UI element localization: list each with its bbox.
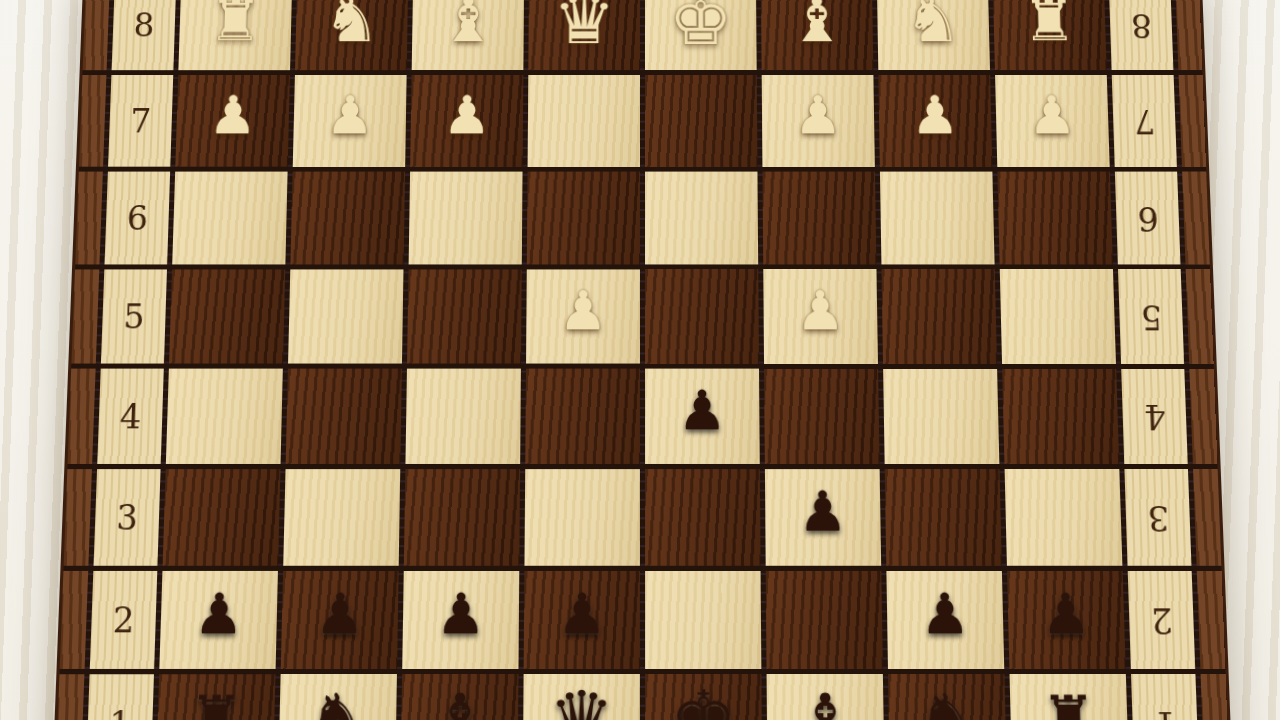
square-a8[interactable]: ♜ bbox=[178, 0, 292, 70]
white-king[interactable]: ♚ bbox=[668, 0, 732, 55]
black-rook[interactable]: ♜ bbox=[1040, 687, 1098, 720]
board-frame-right bbox=[1197, 571, 1226, 669]
square-f6[interactable] bbox=[762, 172, 876, 265]
chess-board: 8♜♞♝♛♚♝♞♜87♟♟♟♟♟♟7665♟♟54♟43♟32♟♟♟♟♟♟21♜… bbox=[52, 0, 1232, 720]
square-f1[interactable]: ♝ bbox=[767, 674, 885, 720]
square-a7[interactable]: ♟ bbox=[175, 75, 290, 167]
rank-label-right-3: 3 bbox=[1124, 469, 1191, 566]
square-d6[interactable] bbox=[527, 172, 640, 265]
square-b7[interactable]: ♟ bbox=[293, 75, 407, 167]
black-queen[interactable]: ♛ bbox=[549, 682, 615, 720]
black-knight[interactable]: ♞ bbox=[917, 685, 978, 720]
square-a3[interactable] bbox=[163, 469, 281, 566]
black-rook[interactable]: ♜ bbox=[187, 687, 245, 720]
white-pawn[interactable]: ♟ bbox=[559, 284, 608, 338]
board-frame-left bbox=[75, 172, 103, 265]
square-b2[interactable]: ♟ bbox=[281, 571, 399, 669]
white-pawn[interactable]: ♟ bbox=[442, 90, 491, 143]
black-pawn[interactable]: ♟ bbox=[193, 587, 245, 643]
white-pawn[interactable]: ♟ bbox=[1027, 90, 1077, 143]
square-d8[interactable]: ♛ bbox=[528, 0, 640, 70]
square-f2[interactable] bbox=[766, 571, 883, 669]
white-queen[interactable]: ♛ bbox=[553, 0, 616, 54]
square-a2[interactable]: ♟ bbox=[159, 571, 278, 669]
square-h3[interactable] bbox=[1005, 469, 1123, 566]
square-f5[interactable]: ♟ bbox=[763, 269, 878, 363]
board-frame-right bbox=[1186, 269, 1214, 363]
square-f8[interactable]: ♝ bbox=[761, 0, 873, 70]
square-b4[interactable] bbox=[286, 369, 402, 464]
white-pawn[interactable]: ♟ bbox=[794, 90, 843, 143]
board-frame-right bbox=[1182, 172, 1210, 265]
square-e7[interactable] bbox=[645, 75, 757, 167]
board-frame-left bbox=[71, 269, 99, 363]
square-h2[interactable]: ♟ bbox=[1007, 571, 1126, 669]
square-a1[interactable]: ♜ bbox=[156, 674, 275, 720]
rank-label-left-6: 6 bbox=[105, 172, 171, 265]
board-frame-right bbox=[1175, 0, 1202, 70]
black-bishop[interactable]: ♝ bbox=[429, 685, 490, 720]
square-c7[interactable]: ♟ bbox=[410, 75, 523, 167]
black-pawn[interactable]: ♟ bbox=[1040, 587, 1092, 643]
square-g4[interactable] bbox=[883, 369, 999, 464]
white-rook[interactable]: ♜ bbox=[208, 0, 263, 49]
square-c5[interactable] bbox=[407, 269, 522, 363]
rank-label-right-2: 2 bbox=[1128, 571, 1196, 669]
square-c1[interactable]: ♝ bbox=[401, 674, 519, 720]
rank-label-right-1: 1 bbox=[1131, 674, 1199, 720]
rank-label-right-7: 7 bbox=[1112, 75, 1177, 167]
board-frame-right bbox=[1193, 469, 1221, 566]
square-c2[interactable]: ♟ bbox=[402, 571, 519, 669]
black-pawn[interactable]: ♟ bbox=[677, 384, 727, 439]
square-g8[interactable]: ♞ bbox=[877, 0, 990, 70]
rank-label-right-5: 5 bbox=[1118, 269, 1184, 363]
square-h1[interactable]: ♜ bbox=[1010, 674, 1129, 720]
square-b6[interactable] bbox=[290, 172, 405, 265]
square-c3[interactable] bbox=[404, 469, 520, 566]
board-frame-left bbox=[60, 571, 89, 669]
rank-label-left-1: 1 bbox=[86, 674, 154, 720]
rank-label-left-3: 3 bbox=[94, 469, 161, 566]
square-g1[interactable]: ♞ bbox=[888, 674, 1007, 720]
rank-label-left-2: 2 bbox=[90, 571, 158, 669]
square-e8[interactable]: ♚ bbox=[645, 0, 757, 70]
black-pawn[interactable]: ♟ bbox=[919, 587, 970, 643]
square-e6[interactable] bbox=[645, 172, 758, 265]
square-c6[interactable] bbox=[409, 172, 523, 265]
board-frame-right bbox=[1189, 369, 1217, 464]
rank-label-right-4: 4 bbox=[1121, 369, 1188, 464]
white-bishop[interactable]: ♝ bbox=[439, 0, 497, 51]
board-frame-left bbox=[64, 469, 92, 566]
square-h8[interactable]: ♜ bbox=[993, 0, 1107, 70]
white-bishop[interactable]: ♝ bbox=[788, 0, 846, 51]
board-frame-right bbox=[1201, 674, 1230, 720]
chess-board-wrapper: 8♜♞♝♛♚♝♞♜87♟♟♟♟♟♟7665♟♟54♟43♟32♟♟♟♟♟♟21♜… bbox=[52, 0, 1232, 720]
rank-label-right-6: 6 bbox=[1115, 172, 1181, 265]
board-frame-left bbox=[56, 674, 85, 720]
board-frame-left bbox=[79, 75, 106, 167]
black-king[interactable]: ♚ bbox=[670, 681, 738, 720]
square-h6[interactable] bbox=[997, 172, 1112, 265]
rank-label-left-8: 8 bbox=[112, 0, 177, 70]
square-d7[interactable] bbox=[528, 75, 640, 167]
square-g5[interactable] bbox=[882, 269, 997, 363]
black-knight[interactable]: ♞ bbox=[307, 685, 368, 720]
board-frame-left bbox=[68, 369, 96, 464]
black-pawn[interactable]: ♟ bbox=[436, 587, 487, 643]
square-b8[interactable]: ♞ bbox=[295, 0, 408, 70]
square-h7[interactable]: ♟ bbox=[995, 75, 1110, 167]
square-e4[interactable]: ♟ bbox=[645, 369, 760, 464]
square-a6[interactable] bbox=[172, 172, 287, 265]
square-g6[interactable] bbox=[880, 172, 995, 265]
square-a5[interactable] bbox=[169, 269, 285, 363]
rank-label-right-8: 8 bbox=[1109, 0, 1174, 70]
board-frame-left bbox=[83, 0, 110, 70]
square-d3[interactable] bbox=[524, 469, 639, 566]
rank-label-left-5: 5 bbox=[101, 269, 167, 363]
square-a4[interactable] bbox=[166, 369, 283, 464]
square-c8[interactable]: ♝ bbox=[412, 0, 524, 70]
rank-label-left-4: 4 bbox=[97, 369, 164, 464]
square-d5[interactable]: ♟ bbox=[526, 269, 640, 363]
rank-label-left-7: 7 bbox=[108, 75, 173, 167]
white-pawn[interactable]: ♟ bbox=[910, 90, 959, 143]
square-f3[interactable]: ♟ bbox=[765, 469, 881, 566]
white-knight[interactable]: ♞ bbox=[323, 0, 381, 51]
white-pawn[interactable]: ♟ bbox=[325, 90, 374, 143]
square-e5[interactable] bbox=[645, 269, 759, 363]
board-frame-right bbox=[1179, 75, 1206, 167]
white-pawn[interactable]: ♟ bbox=[796, 284, 846, 338]
square-b3[interactable] bbox=[283, 469, 400, 566]
black-pawn[interactable]: ♟ bbox=[314, 587, 365, 643]
square-b1[interactable]: ♞ bbox=[278, 674, 397, 720]
square-f4[interactable] bbox=[764, 369, 879, 464]
square-e2[interactable] bbox=[645, 571, 761, 669]
square-f7[interactable]: ♟ bbox=[762, 75, 875, 167]
white-rook[interactable]: ♜ bbox=[1022, 0, 1077, 49]
square-b5[interactable] bbox=[288, 269, 403, 363]
square-d4[interactable] bbox=[525, 369, 640, 464]
black-bishop[interactable]: ♝ bbox=[795, 685, 856, 720]
square-e1[interactable]: ♚ bbox=[645, 674, 762, 720]
square-d1[interactable]: ♛ bbox=[523, 674, 640, 720]
square-c4[interactable] bbox=[405, 369, 520, 464]
white-knight[interactable]: ♞ bbox=[904, 0, 962, 51]
black-pawn[interactable]: ♟ bbox=[798, 484, 848, 540]
square-d2[interactable]: ♟ bbox=[524, 571, 640, 669]
square-e3[interactable] bbox=[645, 469, 760, 566]
white-pawn[interactable]: ♟ bbox=[208, 90, 258, 143]
square-h4[interactable] bbox=[1002, 369, 1119, 464]
square-h5[interactable] bbox=[1000, 269, 1116, 363]
black-pawn[interactable]: ♟ bbox=[557, 587, 607, 643]
square-g7[interactable]: ♟ bbox=[878, 75, 992, 167]
square-g3[interactable] bbox=[885, 469, 1002, 566]
square-g2[interactable]: ♟ bbox=[886, 571, 1004, 669]
